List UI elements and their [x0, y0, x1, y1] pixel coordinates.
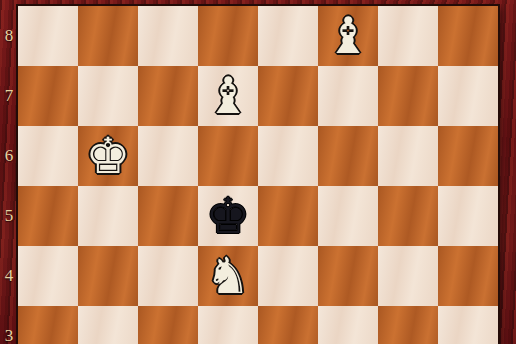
white-bishop-piece[interactable]: ♝ — [326, 6, 371, 66]
square-a5[interactable] — [18, 186, 78, 246]
square-c8[interactable] — [138, 6, 198, 66]
square-e3[interactable] — [258, 306, 318, 344]
square-e4[interactable] — [258, 246, 318, 306]
square-d5[interactable]: ♚ — [198, 186, 258, 246]
rank-label-5: 5 — [0, 186, 18, 246]
square-b7[interactable] — [78, 66, 138, 126]
square-g3[interactable] — [378, 306, 438, 344]
square-b3[interactable] — [78, 306, 138, 344]
square-h3[interactable] — [438, 306, 498, 344]
square-h5[interactable] — [438, 186, 498, 246]
square-f5[interactable] — [318, 186, 378, 246]
square-a8[interactable] — [18, 6, 78, 66]
square-a4[interactable] — [18, 246, 78, 306]
square-f4[interactable] — [318, 246, 378, 306]
square-c3[interactable] — [138, 306, 198, 344]
square-e7[interactable] — [258, 66, 318, 126]
square-g4[interactable] — [378, 246, 438, 306]
square-d7[interactable]: ♝ — [198, 66, 258, 126]
square-g7[interactable] — [378, 66, 438, 126]
rank-labels: 876543 — [0, 6, 18, 344]
square-h8[interactable] — [438, 6, 498, 66]
square-b6[interactable]: ♚ — [78, 126, 138, 186]
square-c5[interactable] — [138, 186, 198, 246]
rank-label-6: 6 — [0, 126, 18, 186]
square-g6[interactable] — [378, 126, 438, 186]
square-h6[interactable] — [438, 126, 498, 186]
square-e5[interactable] — [258, 186, 318, 246]
square-f3[interactable] — [318, 306, 378, 344]
rank-label-7: 7 — [0, 66, 18, 126]
square-c7[interactable] — [138, 66, 198, 126]
chess-board: ♝♝♚♚♞ — [18, 6, 498, 344]
square-d8[interactable] — [198, 6, 258, 66]
square-e8[interactable] — [258, 6, 318, 66]
square-a3[interactable] — [18, 306, 78, 344]
square-g8[interactable] — [378, 6, 438, 66]
square-e6[interactable] — [258, 126, 318, 186]
board-frame: 876543 ♝♝♚♚♞ — [0, 0, 516, 344]
square-d3[interactable] — [198, 306, 258, 344]
square-h7[interactable] — [438, 66, 498, 126]
square-g5[interactable] — [378, 186, 438, 246]
rank-label-4: 4 — [0, 246, 18, 306]
rank-label-8: 8 — [0, 6, 18, 66]
square-f8[interactable]: ♝ — [318, 6, 378, 66]
square-b8[interactable] — [78, 6, 138, 66]
square-d4[interactable]: ♞ — [198, 246, 258, 306]
white-bishop-piece[interactable]: ♝ — [206, 66, 251, 126]
square-a6[interactable] — [18, 126, 78, 186]
square-a7[interactable] — [18, 66, 78, 126]
square-f7[interactable] — [318, 66, 378, 126]
square-c4[interactable] — [138, 246, 198, 306]
square-b5[interactable] — [78, 186, 138, 246]
square-h4[interactable] — [438, 246, 498, 306]
white-king-piece[interactable]: ♚ — [86, 126, 131, 186]
square-d6[interactable] — [198, 126, 258, 186]
square-c6[interactable] — [138, 126, 198, 186]
white-knight-piece[interactable]: ♞ — [206, 246, 251, 306]
rank-label-3: 3 — [0, 306, 18, 344]
square-b4[interactable] — [78, 246, 138, 306]
black-king-piece[interactable]: ♚ — [206, 186, 251, 246]
square-f6[interactable] — [318, 126, 378, 186]
